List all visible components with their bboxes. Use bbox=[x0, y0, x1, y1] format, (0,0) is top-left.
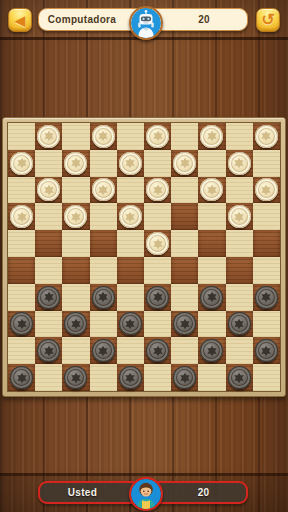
checker-piece-light[interactable] bbox=[200, 125, 223, 148]
checker-piece-light[interactable] bbox=[37, 125, 60, 148]
board-square[interactable] bbox=[62, 123, 89, 150]
opponent-name: Computadora bbox=[39, 14, 125, 25]
board-square[interactable] bbox=[144, 257, 171, 284]
boy-icon bbox=[131, 479, 161, 509]
checker-piece-light[interactable] bbox=[10, 205, 33, 228]
board-square[interactable] bbox=[35, 177, 62, 204]
checker-piece-light[interactable] bbox=[200, 178, 223, 201]
board-square[interactable] bbox=[144, 150, 171, 177]
board-square[interactable] bbox=[144, 311, 171, 338]
board-square[interactable] bbox=[90, 311, 117, 338]
board-square[interactable] bbox=[253, 230, 280, 257]
checker-piece-dark[interactable] bbox=[255, 339, 278, 362]
board-square[interactable] bbox=[171, 230, 198, 257]
board-square[interactable] bbox=[35, 203, 62, 230]
board-square[interactable] bbox=[62, 230, 89, 257]
checker-piece-light[interactable] bbox=[228, 205, 251, 228]
checker-piece-dark[interactable] bbox=[173, 366, 196, 389]
board-square[interactable] bbox=[253, 150, 280, 177]
board-square[interactable] bbox=[144, 284, 171, 311]
board-square[interactable] bbox=[198, 230, 225, 257]
board-square[interactable] bbox=[171, 177, 198, 204]
board-square[interactable] bbox=[35, 337, 62, 364]
board-square[interactable] bbox=[171, 284, 198, 311]
board-square[interactable] bbox=[171, 123, 198, 150]
checker-piece-light[interactable] bbox=[146, 125, 169, 148]
checker-piece-dark[interactable] bbox=[146, 339, 169, 362]
checker-piece-dark[interactable] bbox=[200, 286, 223, 309]
board-square[interactable] bbox=[117, 177, 144, 204]
board-square[interactable] bbox=[253, 177, 280, 204]
checker-piece-dark[interactable] bbox=[173, 312, 196, 335]
board-square[interactable] bbox=[171, 150, 198, 177]
board-square[interactable] bbox=[62, 150, 89, 177]
board-square[interactable] bbox=[198, 311, 225, 338]
board-frame bbox=[2, 117, 286, 397]
board-square[interactable] bbox=[171, 311, 198, 338]
opponent-robot-avatar bbox=[129, 6, 163, 40]
board-square[interactable] bbox=[62, 203, 89, 230]
board-square[interactable] bbox=[226, 284, 253, 311]
board-square[interactable] bbox=[117, 284, 144, 311]
board-square[interactable] bbox=[8, 230, 35, 257]
board-square[interactable] bbox=[35, 257, 62, 284]
board-square[interactable] bbox=[8, 150, 35, 177]
board-square[interactable] bbox=[171, 364, 198, 391]
checker-piece-dark[interactable] bbox=[64, 366, 87, 389]
checker-piece-dark[interactable] bbox=[146, 286, 169, 309]
board-square[interactable] bbox=[144, 177, 171, 204]
checker-piece-light[interactable] bbox=[37, 178, 60, 201]
board-square[interactable] bbox=[62, 177, 89, 204]
checker-piece-light[interactable] bbox=[146, 178, 169, 201]
checker-piece-light[interactable] bbox=[119, 205, 142, 228]
board-square[interactable] bbox=[198, 284, 225, 311]
board-square[interactable] bbox=[90, 150, 117, 177]
checker-piece-dark[interactable] bbox=[255, 286, 278, 309]
checker-piece-light[interactable] bbox=[64, 205, 87, 228]
board-square[interactable] bbox=[253, 203, 280, 230]
player-boy-avatar bbox=[129, 477, 163, 511]
board-square[interactable] bbox=[90, 257, 117, 284]
board-square[interactable] bbox=[117, 337, 144, 364]
checker-piece-dark[interactable] bbox=[92, 286, 115, 309]
board-square[interactable] bbox=[144, 123, 171, 150]
board-square[interactable] bbox=[62, 257, 89, 284]
checker-piece-dark[interactable] bbox=[200, 339, 223, 362]
board-square[interactable] bbox=[253, 337, 280, 364]
checker-piece-dark[interactable] bbox=[10, 312, 33, 335]
board-square[interactable] bbox=[117, 230, 144, 257]
checker-piece-dark[interactable] bbox=[228, 366, 251, 389]
board-square[interactable] bbox=[226, 123, 253, 150]
checker-piece-dark[interactable] bbox=[10, 366, 33, 389]
board-square[interactable] bbox=[226, 230, 253, 257]
board-square[interactable] bbox=[144, 230, 171, 257]
checker-piece-dark[interactable] bbox=[92, 339, 115, 362]
board-square[interactable] bbox=[35, 150, 62, 177]
board-square[interactable] bbox=[90, 337, 117, 364]
back-button[interactable]: ◀ bbox=[8, 8, 32, 32]
board-square[interactable] bbox=[8, 284, 35, 311]
board-square[interactable] bbox=[90, 284, 117, 311]
opponent-score: 20 bbox=[161, 14, 247, 25]
board-square[interactable] bbox=[8, 257, 35, 284]
checker-piece-dark[interactable] bbox=[228, 312, 251, 335]
board-square[interactable] bbox=[226, 203, 253, 230]
board-square[interactable] bbox=[8, 311, 35, 338]
restart-icon: ↺ bbox=[261, 12, 274, 28]
board-square[interactable] bbox=[144, 364, 171, 391]
board-square[interactable] bbox=[226, 337, 253, 364]
robot-icon bbox=[131, 8, 161, 38]
board-square[interactable] bbox=[144, 203, 171, 230]
board-square[interactable] bbox=[8, 203, 35, 230]
back-icon: ◀ bbox=[15, 14, 25, 27]
board-square[interactable] bbox=[253, 257, 280, 284]
board-square[interactable] bbox=[171, 257, 198, 284]
board-square[interactable] bbox=[62, 284, 89, 311]
restart-button[interactable]: ↺ bbox=[256, 8, 280, 32]
checker-piece-dark[interactable] bbox=[119, 312, 142, 335]
board-square[interactable] bbox=[253, 311, 280, 338]
board-square[interactable] bbox=[90, 123, 117, 150]
checker-piece-light[interactable] bbox=[92, 125, 115, 148]
checker-piece-light[interactable] bbox=[255, 178, 278, 201]
board-square[interactable] bbox=[62, 337, 89, 364]
board-square[interactable] bbox=[171, 203, 198, 230]
checker-piece-light[interactable] bbox=[64, 152, 87, 175]
board-square[interactable] bbox=[226, 257, 253, 284]
board-square[interactable] bbox=[8, 177, 35, 204]
board-square[interactable] bbox=[117, 311, 144, 338]
player-score: 20 bbox=[161, 487, 246, 498]
board-square[interactable] bbox=[35, 284, 62, 311]
board-square[interactable] bbox=[8, 337, 35, 364]
checker-piece-dark[interactable] bbox=[37, 339, 60, 362]
board-square[interactable] bbox=[226, 177, 253, 204]
board-square[interactable] bbox=[198, 337, 225, 364]
board-square[interactable] bbox=[117, 123, 144, 150]
checker-piece-light[interactable] bbox=[10, 152, 33, 175]
game-screen: ◀ Computadora 20 ↺ Usted 20 bbox=[0, 0, 288, 512]
board-square[interactable] bbox=[35, 230, 62, 257]
checker-piece-light[interactable] bbox=[119, 152, 142, 175]
board-square[interactable] bbox=[253, 123, 280, 150]
board-square[interactable] bbox=[90, 364, 117, 391]
board-square[interactable] bbox=[226, 150, 253, 177]
board-square[interactable] bbox=[144, 337, 171, 364]
player-name: Usted bbox=[40, 487, 125, 498]
board-square[interactable] bbox=[117, 257, 144, 284]
board-square[interactable] bbox=[171, 337, 198, 364]
board-square[interactable] bbox=[90, 177, 117, 204]
board[interactable] bbox=[7, 122, 281, 392]
checker-piece-dark[interactable] bbox=[64, 312, 87, 335]
board-square[interactable] bbox=[8, 123, 35, 150]
board-square[interactable] bbox=[117, 203, 144, 230]
checker-piece-light[interactable] bbox=[255, 125, 278, 148]
board-square[interactable] bbox=[198, 257, 225, 284]
board-square[interactable] bbox=[35, 364, 62, 391]
board-square[interactable] bbox=[35, 123, 62, 150]
checker-piece-light[interactable] bbox=[173, 152, 196, 175]
board-square[interactable] bbox=[117, 150, 144, 177]
checker-piece-dark[interactable] bbox=[119, 366, 142, 389]
board-square[interactable] bbox=[90, 230, 117, 257]
board-square[interactable] bbox=[62, 311, 89, 338]
board-square[interactable] bbox=[198, 150, 225, 177]
board-square[interactable] bbox=[226, 364, 253, 391]
board-square[interactable] bbox=[90, 203, 117, 230]
board-square[interactable] bbox=[62, 364, 89, 391]
board-square[interactable] bbox=[117, 364, 144, 391]
board-square[interactable] bbox=[198, 364, 225, 391]
checker-piece-light[interactable] bbox=[92, 178, 115, 201]
board-square[interactable] bbox=[253, 364, 280, 391]
board-square[interactable] bbox=[198, 203, 225, 230]
board-square[interactable] bbox=[253, 284, 280, 311]
board-square[interactable] bbox=[226, 311, 253, 338]
checker-piece-light[interactable] bbox=[146, 232, 169, 255]
board-square[interactable] bbox=[198, 177, 225, 204]
board-square[interactable] bbox=[35, 311, 62, 338]
checker-piece-dark[interactable] bbox=[37, 286, 60, 309]
checker-piece-light[interactable] bbox=[228, 152, 251, 175]
board-square[interactable] bbox=[8, 364, 35, 391]
board-square[interactable] bbox=[198, 123, 225, 150]
